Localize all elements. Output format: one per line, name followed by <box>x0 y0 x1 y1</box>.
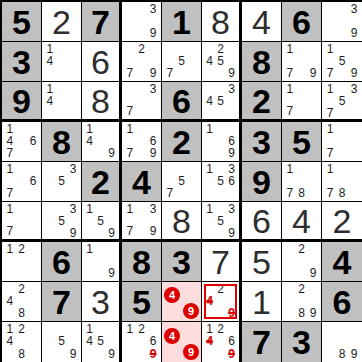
cell-r5c8[interactable]: 178 <box>282 162 322 202</box>
candidate-4: 4 <box>44 95 56 107</box>
empty-candidate-slot <box>336 123 348 135</box>
empty-candidate-slot <box>16 135 28 147</box>
empty-candidate-slot <box>67 335 79 347</box>
given-digit: 1 <box>172 5 191 39</box>
candidate-9: 9 <box>67 227 79 239</box>
cell-r8c8[interactable]: 289 <box>282 282 322 322</box>
empty-candidate-slot <box>324 348 336 360</box>
pencil-marks: 248 <box>2 282 41 321</box>
empty-candidate-slot <box>204 107 215 117</box>
candidate-8: 8 <box>296 307 308 319</box>
pencil-marks: 17 <box>322 122 362 161</box>
candidate-7: 7 <box>324 67 336 79</box>
given-digit: 6 <box>172 84 191 118</box>
candidate-7: 7 <box>164 187 176 199</box>
candidate-5: 5 <box>215 175 226 187</box>
empty-candidate-slot <box>95 147 106 159</box>
cell-r5c2[interactable]: 35 <box>42 162 82 202</box>
empty-candidate-slot <box>44 227 56 239</box>
cell-r3c8[interactable]: 17 <box>282 82 322 122</box>
empty-candidate-slot <box>16 255 28 267</box>
empty-candidate-slot <box>136 225 148 237</box>
cell-r5c3[interactable]: 2 <box>82 162 122 202</box>
solved-digit: 2 <box>333 204 352 238</box>
empty-candidate-slot <box>324 3 336 15</box>
pencil-marks: 57 <box>162 162 201 201</box>
pencil-marks: 149 <box>82 122 119 161</box>
candidate-6: 6 <box>147 335 159 347</box>
cell-r3c4[interactable]: 37 <box>122 82 162 122</box>
cell-r3c7[interactable]: 2 <box>242 82 282 122</box>
cell-r7c8[interactable]: 29 <box>282 242 322 282</box>
empty-candidate-slot <box>307 83 319 95</box>
cell-r4c5[interactable]: 2 <box>162 122 202 162</box>
empty-candidate-slot <box>124 335 136 347</box>
cell-r1c2[interactable]: 2 <box>42 2 82 42</box>
candidate-5: 5 <box>336 55 348 67</box>
candidate-3: 3 <box>147 83 159 95</box>
empty-candidate-slot <box>164 43 176 55</box>
empty-candidate-slot <box>187 43 199 55</box>
candidate-9: 9 <box>67 348 79 360</box>
empty-candidate-slot <box>336 15 348 27</box>
cell-r4c6[interactable]: 169 <box>202 122 242 162</box>
candidate-4: 4 <box>84 335 95 347</box>
empty-candidate-slot <box>204 215 215 227</box>
given-digit: 7 <box>91 5 110 39</box>
empty-candidate-slot <box>336 67 348 79</box>
cell-r9c1[interactable]: 1248 <box>2 322 42 362</box>
empty-candidate-slot <box>215 107 226 117</box>
candidate-9: 9 <box>226 227 237 239</box>
cell-r4c7[interactable]: 3 <box>242 122 282 162</box>
empty-candidate-slot <box>136 335 148 347</box>
cell-r3c1[interactable]: 9 <box>2 82 42 122</box>
empty-candidate-slot <box>176 67 188 79</box>
given-digit: 6 <box>333 285 352 319</box>
empty-candidate-slot <box>27 295 39 307</box>
candidate-9: 9 <box>183 344 199 360</box>
cell-r3c2[interactable]: 14 <box>42 82 82 122</box>
cell-r7c7[interactable]: 5 <box>242 242 282 282</box>
empty-candidate-slot <box>284 295 296 307</box>
cell-r3c6[interactable]: 345 <box>202 82 242 122</box>
cell-r8c9[interactable]: 6 <box>322 282 362 322</box>
cell-r7c5[interactable]: 3 <box>162 242 202 282</box>
empty-candidate-slot <box>67 43 79 55</box>
candidate-9: 9 <box>106 267 117 279</box>
empty-candidate-slot <box>16 215 28 225</box>
empty-candidate-slot <box>336 323 348 335</box>
cell-r7c1[interactable]: 12 <box>2 242 42 282</box>
empty-candidate-slot <box>95 267 106 279</box>
pencil-marks: 345 <box>202 82 239 119</box>
empty-candidate-slot <box>226 95 237 107</box>
candidate-2: 2 <box>296 243 308 255</box>
empty-candidate-slot <box>284 255 296 267</box>
cell-r8c1[interactable]: 248 <box>2 282 42 322</box>
cell-r1c5[interactable]: 1 <box>162 2 202 42</box>
cell-r2c4[interactable]: 279 <box>122 42 162 82</box>
cell-r8c3[interactable]: 3 <box>82 282 122 322</box>
empty-candidate-slot <box>136 147 148 159</box>
empty-candidate-slot <box>164 344 180 360</box>
cell-r5c4[interactable]: 4 <box>122 162 162 202</box>
empty-candidate-slot <box>336 163 348 175</box>
candidate-7: 7 <box>4 225 16 237</box>
candidate-9: 9 <box>226 348 237 360</box>
cell-r4c4[interactable]: 1679 <box>122 122 162 162</box>
cell-r2c5[interactable]: 57 <box>162 42 202 82</box>
empty-candidate-slot <box>106 203 117 215</box>
cell-r3c3[interactable]: 8 <box>82 82 122 122</box>
empty-candidate-slot <box>4 307 16 319</box>
empty-candidate-slot <box>84 215 95 227</box>
empty-candidate-slot <box>44 107 56 117</box>
empty-candidate-slot <box>348 163 360 175</box>
empty-candidate-slot <box>27 203 39 215</box>
empty-candidate-slot <box>27 243 39 255</box>
cell-r2c6[interactable]: 2459 <box>202 42 242 82</box>
given-digit: 9 <box>252 165 271 199</box>
cell-r7c4[interactable]: 8 <box>122 242 162 282</box>
pencil-marks: 12 <box>2 242 41 281</box>
cell-r8c2[interactable]: 7 <box>42 282 82 322</box>
candidate-3: 3 <box>147 3 159 15</box>
empty-candidate-slot <box>95 348 106 360</box>
cell-r6c7[interactable]: 6 <box>242 202 282 242</box>
empty-candidate-slot <box>106 123 117 135</box>
cell-r4c8[interactable]: 5 <box>282 122 322 162</box>
empty-candidate-slot <box>204 187 215 199</box>
empty-candidate-slot <box>348 323 360 335</box>
candidate-9: 9 <box>147 27 159 39</box>
cell-r6c3[interactable]: 159 <box>82 202 122 242</box>
empty-candidate-slot <box>95 227 106 239</box>
empty-candidate-slot <box>136 215 148 225</box>
cell-r7c6[interactable]: 7 <box>202 242 242 282</box>
cell-r6c4[interactable]: 1379 <box>122 202 162 242</box>
candidate-7: 7 <box>324 187 336 199</box>
empty-candidate-slot <box>84 348 95 360</box>
cell-r9c2[interactable]: 59 <box>42 322 82 362</box>
empty-candidate-slot <box>84 227 95 239</box>
empty-candidate-slot <box>147 323 159 335</box>
candidate-1: 1 <box>324 123 336 135</box>
cell-r4c9[interactable]: 17 <box>322 122 362 162</box>
empty-candidate-slot <box>164 163 176 175</box>
candidate-9: 9 <box>226 147 237 159</box>
candidate-5: 5 <box>56 175 68 187</box>
cell-r7c2[interactable]: 6 <box>42 242 82 282</box>
empty-candidate-slot <box>67 175 79 187</box>
empty-candidate-slot <box>95 135 106 147</box>
empty-candidate-slot <box>176 187 188 199</box>
cell-r1c4[interactable]: 39 <box>122 2 162 42</box>
cell-r2c2[interactable]: 14 <box>42 42 82 82</box>
empty-candidate-slot <box>56 43 68 55</box>
pencil-marks: 1357 <box>322 82 362 119</box>
empty-candidate-slot <box>204 175 215 187</box>
candidate-5: 5 <box>56 215 68 227</box>
empty-candidate-slot <box>136 27 148 39</box>
candidate-1: 1 <box>124 123 136 135</box>
empty-candidate-slot <box>136 95 148 105</box>
empty-candidate-slot <box>95 255 106 267</box>
pencil-marks: 59 <box>42 322 81 362</box>
empty-candidate-slot <box>307 243 319 255</box>
cell-r5c9[interactable]: 178 <box>322 162 362 202</box>
candidate-5: 5 <box>176 175 188 187</box>
empty-candidate-slot <box>136 348 148 360</box>
cell-r9c6[interactable]: 12469 <box>202 322 242 362</box>
pencil-marks: 37 <box>122 82 161 119</box>
cell-r2c8[interactable]: 179 <box>282 42 322 82</box>
empty-candidate-slot <box>95 123 106 135</box>
cell-r9c3[interactable]: 1459 <box>82 322 122 362</box>
pencil-marks: 167 <box>2 162 41 201</box>
empty-candidate-slot <box>56 348 68 360</box>
empty-candidate-slot <box>187 67 199 79</box>
candidate-8: 8 <box>296 187 308 199</box>
cell-r9c7[interactable]: 7 <box>242 322 282 362</box>
candidate-2: 2 <box>16 243 28 255</box>
candidate-1: 1 <box>324 43 336 55</box>
cell-r8c4[interactable]: 5 <box>122 282 162 322</box>
candidate-7: 7 <box>324 147 336 159</box>
empty-candidate-slot <box>56 187 68 199</box>
empty-candidate-slot <box>16 175 28 187</box>
candidate-9: 9 <box>183 303 199 319</box>
cell-r6c8[interactable]: 4 <box>282 202 322 242</box>
cell-r5c5[interactable]: 57 <box>162 162 202 202</box>
candidate-1: 1 <box>4 203 16 215</box>
candidate-2: 2 <box>136 323 148 335</box>
empty-candidate-slot <box>27 267 39 279</box>
pencil-marks: 57 <box>162 42 201 81</box>
candidate-4: 4 <box>4 295 16 307</box>
candidate-9: 9 <box>147 67 159 79</box>
candidate-7: 7 <box>124 147 136 159</box>
empty-candidate-slot <box>16 225 28 237</box>
candidate-2: 2 <box>215 283 226 295</box>
empty-candidate-slot <box>215 187 226 199</box>
empty-candidate-slot <box>27 225 39 237</box>
candidate-3: 3 <box>67 163 79 175</box>
candidate-9: 9 <box>147 147 159 159</box>
empty-candidate-slot <box>348 107 360 119</box>
cell-r1c8[interactable]: 6 <box>282 2 322 42</box>
candidate-3: 3 <box>226 203 237 215</box>
empty-candidate-slot <box>284 307 296 319</box>
given-digit: 3 <box>172 245 191 279</box>
cell-r3c9[interactable]: 1357 <box>322 82 362 122</box>
empty-candidate-slot <box>187 187 199 199</box>
given-digit: 8 <box>252 45 271 79</box>
cell-r1c3[interactable]: 7 <box>82 2 122 42</box>
cell-r1c6[interactable]: 8 <box>202 2 242 42</box>
empty-candidate-slot <box>307 163 319 175</box>
empty-candidate-slot <box>16 123 28 135</box>
cell-r8c7[interactable]: 1 <box>242 282 282 322</box>
candidate-4: 4 <box>204 335 215 347</box>
cell-r9c5[interactable]: 49 <box>162 322 202 362</box>
empty-candidate-slot <box>226 187 237 199</box>
candidate-7: 7 <box>284 187 296 199</box>
pencil-marks: 39 <box>122 2 161 41</box>
empty-candidate-slot <box>67 95 79 107</box>
pencil-marks: 1679 <box>122 122 161 161</box>
cell-r5c1[interactable]: 167 <box>2 162 42 202</box>
empty-candidate-slot <box>4 255 16 267</box>
candidate-7: 7 <box>284 67 296 79</box>
empty-candidate-slot <box>215 123 226 135</box>
cell-r6c1[interactable]: 17 <box>2 202 42 242</box>
cell-r2c1[interactable]: 3 <box>2 42 42 82</box>
candidate-9: 9 <box>106 227 117 239</box>
cell-r1c1[interactable]: 5 <box>2 2 42 42</box>
cell-r4c3[interactable]: 149 <box>82 122 122 162</box>
empty-candidate-slot <box>16 267 28 279</box>
empty-candidate-slot <box>56 67 68 79</box>
cell-r7c9[interactable]: 4 <box>322 242 362 282</box>
candidate-4: 4 <box>204 295 215 307</box>
pencil-marks: 49 <box>162 282 201 321</box>
empty-candidate-slot <box>67 67 79 79</box>
cell-r4c1[interactable]: 1467 <box>2 122 42 162</box>
empty-candidate-slot <box>16 147 28 159</box>
candidate-2: 2 <box>136 43 148 55</box>
empty-candidate-slot <box>324 15 336 27</box>
empty-candidate-slot <box>136 203 148 215</box>
pencil-marks: 359 <box>42 202 81 239</box>
empty-candidate-slot <box>215 135 226 147</box>
candidate-9: 9 <box>147 348 159 360</box>
cell-r9c4[interactable]: 1269 <box>122 322 162 362</box>
candidate-9: 9 <box>348 67 360 79</box>
empty-candidate-slot <box>106 323 117 335</box>
empty-candidate-slot <box>307 175 319 187</box>
candidate-7: 7 <box>284 105 296 117</box>
candidate-4: 4 <box>204 55 215 67</box>
cell-r9c8[interactable]: 3 <box>282 322 322 362</box>
cell-r6c2[interactable]: 359 <box>42 202 82 242</box>
empty-candidate-slot <box>226 323 237 335</box>
candidate-4: 4 <box>164 328 180 344</box>
cell-r6c5[interactable]: 8 <box>162 202 202 242</box>
empty-candidate-slot <box>136 67 148 79</box>
empty-candidate-slot <box>124 3 136 15</box>
empty-candidate-slot <box>136 105 148 117</box>
cell-r8c6[interactable]: 249 <box>202 282 242 322</box>
cell-r8c5[interactable]: 49 <box>162 282 202 322</box>
given-digit: 8 <box>132 245 151 279</box>
cell-r6c9[interactable]: 2 <box>322 202 362 242</box>
cell-r2c3[interactable]: 6 <box>82 42 122 82</box>
empty-candidate-slot <box>215 348 226 360</box>
pencil-marks: 1379 <box>122 202 161 239</box>
pencil-marks: 1359 <box>202 202 239 239</box>
solved-digit: 6 <box>91 45 110 79</box>
candidate-9: 9 <box>307 67 319 79</box>
empty-candidate-slot <box>226 43 237 55</box>
pencil-marks: 49 <box>162 322 201 362</box>
cell-r7c3[interactable]: 19 <box>82 242 122 282</box>
empty-candidate-slot <box>67 323 79 335</box>
cell-r9c9[interactable]: 89 <box>322 322 362 362</box>
empty-candidate-slot <box>147 105 159 117</box>
empty-candidate-slot <box>296 163 308 175</box>
empty-candidate-slot <box>56 107 68 117</box>
empty-candidate-slot <box>296 55 308 67</box>
empty-candidate-slot <box>67 55 79 67</box>
empty-candidate-slot <box>4 267 16 279</box>
pencil-marks: 179 <box>282 42 321 81</box>
empty-candidate-slot <box>124 83 136 95</box>
empty-candidate-slot <box>336 3 348 15</box>
pencil-marks: 249 <box>202 282 239 321</box>
cell-r1c9[interactable]: 39 <box>322 2 362 42</box>
solved-digit: 5 <box>252 245 271 279</box>
empty-candidate-slot <box>348 135 360 147</box>
empty-candidate-slot <box>187 55 199 67</box>
cell-r5c6[interactable]: 1356 <box>202 162 242 202</box>
candidate-3: 3 <box>348 3 360 15</box>
empty-candidate-slot <box>187 175 199 187</box>
candidate-1: 1 <box>284 43 296 55</box>
candidate-9: 9 <box>307 307 319 319</box>
solved-digit: 6 <box>252 204 271 238</box>
empty-candidate-slot <box>147 43 159 55</box>
solved-digit: 7 <box>211 245 230 279</box>
cell-r5c7[interactable]: 9 <box>242 162 282 202</box>
cell-r6c6[interactable]: 1359 <box>202 202 242 242</box>
empty-candidate-slot <box>324 323 336 335</box>
candidate-3: 3 <box>348 83 360 95</box>
candidate-1: 1 <box>324 83 336 95</box>
cell-r4c2[interactable]: 8 <box>42 122 82 162</box>
empty-candidate-slot <box>348 175 360 187</box>
candidate-5: 5 <box>95 335 106 347</box>
cell-r2c7[interactable]: 8 <box>242 42 282 82</box>
solved-digit: 1 <box>252 285 271 319</box>
empty-candidate-slot <box>27 215 39 225</box>
cell-r2c9[interactable]: 1579 <box>322 42 362 82</box>
candidate-1: 1 <box>84 203 95 215</box>
candidate-9: 9 <box>106 348 117 360</box>
empty-candidate-slot <box>296 43 308 55</box>
empty-candidate-slot <box>348 123 360 135</box>
cell-r1c7[interactable]: 4 <box>242 2 282 42</box>
empty-candidate-slot <box>204 348 215 360</box>
given-digit: 4 <box>333 245 352 279</box>
candidate-4: 4 <box>204 95 215 107</box>
empty-candidate-slot <box>215 147 226 159</box>
cell-r3c5[interactable]: 6 <box>162 82 202 122</box>
empty-candidate-slot <box>44 175 56 187</box>
candidate-2: 2 <box>296 283 308 295</box>
candidate-4: 4 <box>164 287 180 303</box>
pencil-marks: 1579 <box>322 42 362 81</box>
solved-digit: 8 <box>91 84 110 118</box>
candidate-1: 1 <box>284 83 296 95</box>
sudoku-board: 5273918463931462795724598179157991483763… <box>0 0 362 362</box>
pencil-marks: 14 <box>42 82 81 119</box>
empty-candidate-slot <box>44 215 56 227</box>
given-digit: 5 <box>292 125 311 159</box>
candidate-1: 1 <box>204 163 215 175</box>
solved-digit: 3 <box>91 285 110 319</box>
